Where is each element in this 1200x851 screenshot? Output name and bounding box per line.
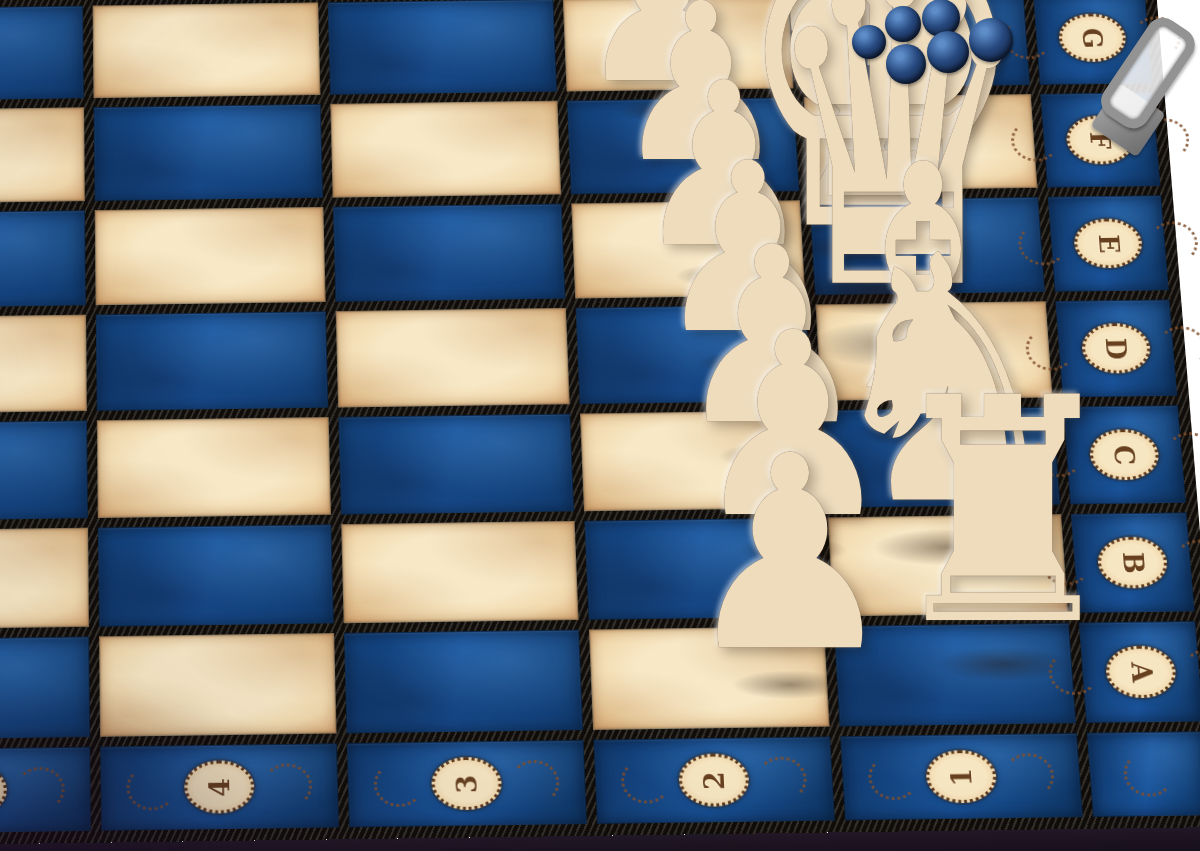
square-e2 (571, 200, 805, 298)
coordinate-label: 3 (451, 774, 483, 793)
photo-scene: Wooden decorative chess set - White piec… (0, 0, 1200, 851)
square-c3 (338, 414, 574, 515)
square-b1 (828, 514, 1069, 616)
coordinate-label: B (1116, 551, 1148, 573)
square-g2 (563, 0, 794, 92)
file-label-cell-a: A (1079, 621, 1200, 723)
label-medallion: D (1080, 323, 1152, 374)
square-g3 (328, 0, 557, 95)
border-corner-cell (1087, 731, 1200, 817)
rank-label-cell-4: 4 (100, 743, 339, 831)
square-g5 (0, 6, 84, 102)
coordinate-label: 2 (698, 771, 730, 790)
square-f3 (330, 101, 561, 198)
square-a2 (589, 626, 830, 730)
square-d2 (576, 305, 812, 405)
square-e3 (333, 204, 566, 302)
file-label-cell-d: D (1055, 299, 1177, 397)
scrollwork-icon (1010, 120, 1061, 162)
square-d5 (0, 315, 87, 415)
label-medallion: 1 (925, 750, 998, 804)
scrollwork-icon (1047, 650, 1100, 695)
scrollwork-icon (1024, 328, 1076, 371)
square-c2 (580, 410, 817, 511)
square-e4 (95, 207, 326, 305)
scrollwork-icon (1032, 434, 1084, 478)
scrollwork-icon (620, 758, 672, 804)
square-c5 (0, 420, 88, 521)
scrollwork-icon (867, 755, 920, 801)
square-e5 (0, 210, 86, 308)
label-medallion: 3 (431, 757, 503, 811)
scrollwork-icon (126, 765, 176, 811)
scrollwork-icon (1148, 221, 1200, 264)
label-medallion: 5 (0, 763, 7, 817)
coordinate-label: C (1108, 444, 1140, 465)
square-e1 (809, 197, 1045, 295)
rank-label-cell-5: 5 (0, 747, 91, 835)
square-d1 (815, 301, 1052, 401)
board-latch (1088, 6, 1198, 176)
scrollwork-icon (1173, 539, 1200, 584)
square-d4 (96, 311, 329, 411)
label-medallion: E (1073, 218, 1144, 268)
square-f2 (567, 97, 799, 194)
file-label-cell-e: E (1048, 195, 1169, 292)
scrollwork-icon (1017, 223, 1068, 266)
label-medallion: B (1096, 536, 1169, 588)
scrollwork-icon (1122, 751, 1175, 797)
scrollwork-icon (1165, 432, 1200, 476)
file-label-cell-b: B (1071, 512, 1195, 613)
scrollwork-icon (1003, 753, 1056, 799)
square-b4 (98, 524, 334, 626)
scrollwork-icon (1156, 326, 1200, 369)
square-g4 (93, 2, 321, 98)
latch-eyelet-icon (1095, 11, 1200, 135)
coordinate-label: 4 (204, 778, 235, 797)
square-a1 (834, 623, 1076, 727)
square-f4 (94, 104, 323, 201)
chess-board: HGFEDCBA87654321 (0, 0, 1200, 851)
label-medallion: 4 (184, 760, 255, 814)
rank-label-cell-2: 2 (593, 736, 834, 824)
square-c1 (821, 407, 1060, 508)
scrollwork-icon (1182, 648, 1200, 693)
scrollwork-icon (1039, 541, 1091, 586)
square-b2 (584, 517, 823, 619)
coordinate-label: A (1125, 662, 1157, 683)
coordinate-label: E (1092, 234, 1123, 253)
square-d3 (336, 308, 570, 408)
square-c4 (97, 417, 331, 518)
scrollwork-icon (373, 762, 424, 808)
square-f1 (804, 94, 1038, 191)
coordinate-label: 1 (945, 767, 977, 786)
scrollwork-icon (1002, 18, 1052, 60)
rank-label-cell-1: 1 (840, 733, 1083, 820)
scrollwork-icon (756, 756, 808, 802)
square-a3 (344, 630, 583, 734)
label-medallion: A (1104, 645, 1177, 698)
rank-label-cell-3: 3 (347, 740, 587, 828)
square-g1 (798, 0, 1030, 88)
board-side-edge (0, 827, 1200, 851)
label-medallion: 2 (678, 753, 750, 807)
scrollwork-icon (15, 767, 65, 813)
square-a4 (99, 633, 337, 737)
scrollwork-icon (509, 760, 561, 806)
file-label-cell-c: C (1063, 405, 1186, 504)
square-f5 (0, 107, 85, 204)
coordinate-label: D (1100, 337, 1132, 359)
scrollwork-icon (262, 763, 313, 809)
square-b3 (341, 521, 578, 623)
square-a5 (0, 636, 90, 740)
square-b5 (0, 528, 89, 630)
label-medallion: C (1088, 429, 1160, 481)
